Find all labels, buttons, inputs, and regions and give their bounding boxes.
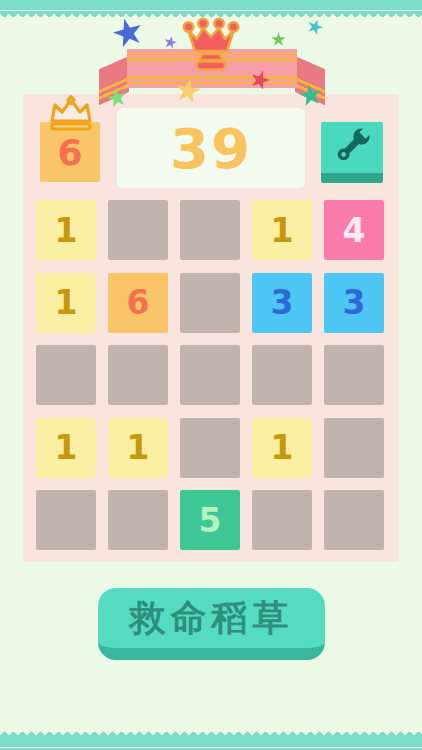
tile-1: 1 <box>252 418 312 478</box>
top-border-bar <box>0 0 422 10</box>
star-icon <box>271 32 286 47</box>
rescue-button-label: 救命稻草 <box>130 594 294 643</box>
empty-cell <box>252 345 312 405</box>
wrench-icon <box>329 123 375 173</box>
star-icon <box>163 35 178 50</box>
star-icon <box>305 17 326 38</box>
empty-cell <box>108 345 168 405</box>
tile-3: 3 <box>324 273 384 333</box>
crown-icon <box>46 95 96 125</box>
tile-4: 4 <box>324 200 384 260</box>
board-grid[interactable]: 11416331115 <box>36 200 384 550</box>
empty-cell <box>108 200 168 260</box>
best-tile-number: 6 <box>57 132 82 173</box>
best-tile-value: 6 <box>40 122 100 182</box>
tile-1: 1 <box>36 273 96 333</box>
empty-cell <box>324 345 384 405</box>
star-icon <box>110 15 147 52</box>
tools-button[interactable] <box>321 122 383 183</box>
tile-3: 3 <box>252 273 312 333</box>
empty-cell <box>108 490 168 550</box>
score-display: 39 <box>117 108 305 188</box>
empty-cell <box>180 418 240 478</box>
tile-5: 5 <box>180 490 240 550</box>
empty-cell <box>180 345 240 405</box>
bottom-border-bar <box>0 738 422 747</box>
empty-cell <box>36 345 96 405</box>
crown-icon <box>182 17 240 73</box>
empty-cell <box>36 490 96 550</box>
empty-cell <box>324 418 384 478</box>
tile-1: 1 <box>252 200 312 260</box>
empty-cell <box>324 490 384 550</box>
tile-1: 1 <box>36 418 96 478</box>
empty-cell <box>180 200 240 260</box>
rescue-button[interactable]: 救命稻草 <box>98 588 325 660</box>
empty-cell <box>252 490 312 550</box>
empty-cell <box>180 273 240 333</box>
tile-1: 1 <box>36 200 96 260</box>
tile-1: 1 <box>108 418 168 478</box>
score-value: 39 <box>170 116 252 181</box>
tile-6: 6 <box>108 273 168 333</box>
top-border-scallops <box>0 11 422 17</box>
